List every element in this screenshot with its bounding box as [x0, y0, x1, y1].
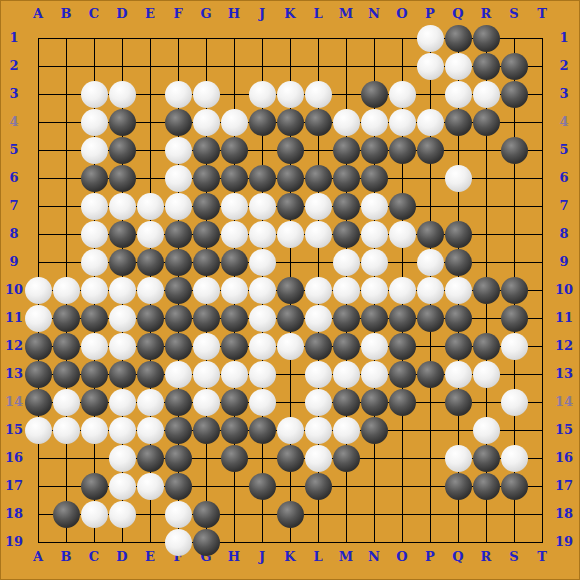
- stone-white[interactable]: [277, 417, 304, 444]
- column-label-top: A: [27, 6, 49, 22]
- stone-white[interactable]: [109, 501, 136, 528]
- stone-white[interactable]: [333, 249, 360, 276]
- stone-white[interactable]: [333, 417, 360, 444]
- stone-black[interactable]: [333, 333, 360, 360]
- row-label-right: 14: [553, 394, 575, 410]
- stone-black[interactable]: [501, 305, 528, 332]
- column-label-bottom: Q: [447, 549, 469, 565]
- stone-white[interactable]: [501, 333, 528, 360]
- stone-white[interactable]: [137, 221, 164, 248]
- stone-black[interactable]: [53, 501, 80, 528]
- stone-white[interactable]: [137, 193, 164, 220]
- stone-black[interactable]: [81, 389, 108, 416]
- stone-black[interactable]: [389, 305, 416, 332]
- stone-white[interactable]: [361, 333, 388, 360]
- stone-black[interactable]: [193, 501, 220, 528]
- stone-white[interactable]: [389, 81, 416, 108]
- stone-black[interactable]: [53, 333, 80, 360]
- stone-white[interactable]: [277, 333, 304, 360]
- stone-white[interactable]: [81, 221, 108, 248]
- stone-white[interactable]: [165, 81, 192, 108]
- row-label-left: 4: [3, 114, 25, 130]
- stone-black[interactable]: [277, 137, 304, 164]
- row-label-left: 13: [3, 366, 25, 382]
- column-label-top: C: [83, 6, 105, 22]
- stone-black[interactable]: [81, 305, 108, 332]
- stone-white[interactable]: [53, 277, 80, 304]
- stone-black[interactable]: [137, 361, 164, 388]
- stone-black[interactable]: [165, 417, 192, 444]
- row-label-left: 11: [3, 310, 25, 326]
- stone-white[interactable]: [445, 361, 472, 388]
- stone-white[interactable]: [445, 445, 472, 472]
- stone-black[interactable]: [445, 249, 472, 276]
- stone-black[interactable]: [221, 137, 248, 164]
- row-label-right: 5: [553, 142, 575, 158]
- stone-black[interactable]: [109, 165, 136, 192]
- column-label-top: R: [475, 6, 497, 22]
- row-label-right: 16: [553, 450, 575, 466]
- stone-black[interactable]: [389, 361, 416, 388]
- stone-black[interactable]: [445, 473, 472, 500]
- column-label-bottom: M: [335, 549, 357, 565]
- stone-black[interactable]: [277, 165, 304, 192]
- stone-white[interactable]: [221, 109, 248, 136]
- stone-white[interactable]: [249, 305, 276, 332]
- column-label-top: P: [419, 6, 441, 22]
- stone-black[interactable]: [109, 109, 136, 136]
- stone-white[interactable]: [361, 361, 388, 388]
- stone-black[interactable]: [165, 249, 192, 276]
- column-label-bottom: B: [55, 549, 77, 565]
- stone-white[interactable]: [417, 277, 444, 304]
- stone-black[interactable]: [165, 445, 192, 472]
- row-label-right: 2: [553, 58, 575, 74]
- stone-white[interactable]: [81, 333, 108, 360]
- stone-white[interactable]: [109, 389, 136, 416]
- stone-white[interactable]: [25, 417, 52, 444]
- stone-black[interactable]: [193, 137, 220, 164]
- column-label-top: J: [251, 6, 273, 22]
- stone-white[interactable]: [221, 221, 248, 248]
- column-label-top: E: [139, 6, 161, 22]
- stone-black[interactable]: [445, 305, 472, 332]
- stone-white[interactable]: [81, 277, 108, 304]
- stone-black[interactable]: [165, 305, 192, 332]
- stone-black[interactable]: [277, 445, 304, 472]
- stone-white[interactable]: [109, 445, 136, 472]
- stone-black[interactable]: [193, 305, 220, 332]
- stone-black[interactable]: [25, 333, 52, 360]
- stone-black[interactable]: [165, 333, 192, 360]
- stone-white[interactable]: [165, 165, 192, 192]
- row-label-right: 9: [553, 254, 575, 270]
- stone-white[interactable]: [81, 249, 108, 276]
- stone-white[interactable]: [361, 193, 388, 220]
- column-label-bottom: O: [391, 549, 413, 565]
- stone-black[interactable]: [193, 221, 220, 248]
- stone-white[interactable]: [109, 193, 136, 220]
- stone-black[interactable]: [221, 417, 248, 444]
- stone-black[interactable]: [361, 81, 388, 108]
- stone-black[interactable]: [361, 165, 388, 192]
- stone-black[interactable]: [165, 109, 192, 136]
- stone-black[interactable]: [361, 137, 388, 164]
- stone-black[interactable]: [249, 109, 276, 136]
- stone-white[interactable]: [221, 277, 248, 304]
- stone-black[interactable]: [165, 389, 192, 416]
- stone-white[interactable]: [445, 53, 472, 80]
- stone-black[interactable]: [445, 389, 472, 416]
- stone-black[interactable]: [165, 277, 192, 304]
- stone-white[interactable]: [417, 25, 444, 52]
- stone-black[interactable]: [305, 473, 332, 500]
- stone-black[interactable]: [501, 277, 528, 304]
- stone-black[interactable]: [445, 25, 472, 52]
- row-label-left: 8: [3, 226, 25, 242]
- stone-black[interactable]: [277, 193, 304, 220]
- row-label-left: 14: [3, 394, 25, 410]
- column-label-bottom: C: [83, 549, 105, 565]
- stone-black[interactable]: [109, 221, 136, 248]
- stone-white[interactable]: [305, 277, 332, 304]
- stone-white[interactable]: [25, 305, 52, 332]
- stone-white[interactable]: [389, 109, 416, 136]
- stone-white[interactable]: [81, 81, 108, 108]
- stone-black[interactable]: [333, 221, 360, 248]
- row-label-left: 12: [3, 338, 25, 354]
- stone-white[interactable]: [81, 109, 108, 136]
- stone-white[interactable]: [417, 109, 444, 136]
- stone-white[interactable]: [81, 501, 108, 528]
- stone-white[interactable]: [249, 193, 276, 220]
- stone-white[interactable]: [333, 277, 360, 304]
- column-label-bottom: R: [475, 549, 497, 565]
- stone-black[interactable]: [221, 445, 248, 472]
- stone-white[interactable]: [249, 361, 276, 388]
- stone-black[interactable]: [109, 361, 136, 388]
- stone-black[interactable]: [193, 417, 220, 444]
- column-label-bottom: E: [139, 549, 161, 565]
- stone-white[interactable]: [389, 221, 416, 248]
- row-label-right: 17: [553, 478, 575, 494]
- stone-white[interactable]: [53, 417, 80, 444]
- stone-white[interactable]: [249, 389, 276, 416]
- stone-white[interactable]: [249, 333, 276, 360]
- stone-black[interactable]: [305, 333, 332, 360]
- column-label-top: O: [391, 6, 413, 22]
- stone-white[interactable]: [305, 193, 332, 220]
- stone-white[interactable]: [501, 389, 528, 416]
- stone-black[interactable]: [501, 81, 528, 108]
- column-label-top: Q: [447, 6, 469, 22]
- stone-white[interactable]: [109, 333, 136, 360]
- stone-black[interactable]: [25, 389, 52, 416]
- column-label-bottom: P: [419, 549, 441, 565]
- stone-black[interactable]: [389, 137, 416, 164]
- stone-white[interactable]: [305, 417, 332, 444]
- column-label-bottom: N: [363, 549, 385, 565]
- stone-black[interactable]: [277, 501, 304, 528]
- column-label-bottom: T: [531, 549, 553, 565]
- stone-black[interactable]: [333, 165, 360, 192]
- stone-black[interactable]: [165, 221, 192, 248]
- stone-black[interactable]: [277, 109, 304, 136]
- stone-white[interactable]: [417, 249, 444, 276]
- stone-white[interactable]: [221, 361, 248, 388]
- stone-white[interactable]: [417, 53, 444, 80]
- column-label-top: K: [279, 6, 301, 22]
- stone-black[interactable]: [389, 333, 416, 360]
- row-label-right: 3: [553, 86, 575, 102]
- stone-black[interactable]: [137, 333, 164, 360]
- stone-black[interactable]: [221, 389, 248, 416]
- stone-black[interactable]: [389, 389, 416, 416]
- row-label-right: 11: [553, 310, 575, 326]
- stone-black[interactable]: [417, 305, 444, 332]
- row-label-left: 2: [3, 58, 25, 74]
- column-label-bottom: S: [503, 549, 525, 565]
- stone-white[interactable]: [109, 277, 136, 304]
- stone-black[interactable]: [221, 333, 248, 360]
- stone-black[interactable]: [417, 221, 444, 248]
- stone-white[interactable]: [109, 81, 136, 108]
- stone-black[interactable]: [249, 417, 276, 444]
- stone-black[interactable]: [473, 53, 500, 80]
- column-label-top: H: [223, 6, 245, 22]
- stone-white[interactable]: [193, 333, 220, 360]
- stone-white[interactable]: [389, 277, 416, 304]
- stone-black[interactable]: [109, 137, 136, 164]
- stone-white[interactable]: [249, 221, 276, 248]
- stone-white[interactable]: [277, 221, 304, 248]
- stone-black[interactable]: [81, 165, 108, 192]
- stone-white[interactable]: [501, 445, 528, 472]
- row-label-left: 10: [3, 282, 25, 298]
- stone-white[interactable]: [165, 361, 192, 388]
- stone-black[interactable]: [305, 109, 332, 136]
- column-label-bottom: L: [307, 549, 329, 565]
- stone-white[interactable]: [305, 361, 332, 388]
- row-label-right: 1: [553, 30, 575, 46]
- stone-black[interactable]: [221, 165, 248, 192]
- stone-white[interactable]: [333, 109, 360, 136]
- column-label-bottom: D: [111, 549, 133, 565]
- stone-black[interactable]: [389, 193, 416, 220]
- stone-black[interactable]: [473, 333, 500, 360]
- stone-black[interactable]: [333, 389, 360, 416]
- row-label-left: 15: [3, 422, 25, 438]
- stone-white[interactable]: [473, 81, 500, 108]
- stone-white[interactable]: [137, 473, 164, 500]
- stone-white[interactable]: [165, 529, 192, 556]
- stone-white[interactable]: [165, 193, 192, 220]
- stone-white[interactable]: [193, 277, 220, 304]
- column-label-top: G: [195, 6, 217, 22]
- stone-black[interactable]: [333, 137, 360, 164]
- column-label-bottom: H: [223, 549, 245, 565]
- stone-black[interactable]: [137, 305, 164, 332]
- stone-white[interactable]: [305, 389, 332, 416]
- stone-white[interactable]: [445, 277, 472, 304]
- stone-white[interactable]: [221, 193, 248, 220]
- row-label-left: 9: [3, 254, 25, 270]
- row-label-left: 17: [3, 478, 25, 494]
- row-label-right: 6: [553, 170, 575, 186]
- row-label-left: 1: [3, 30, 25, 46]
- stone-black[interactable]: [445, 109, 472, 136]
- stone-black[interactable]: [473, 277, 500, 304]
- stone-black[interactable]: [473, 109, 500, 136]
- stone-black[interactable]: [361, 389, 388, 416]
- stone-white[interactable]: [305, 445, 332, 472]
- stone-black[interactable]: [445, 333, 472, 360]
- stone-white[interactable]: [333, 361, 360, 388]
- grid-line-horizontal: [38, 542, 543, 543]
- stone-black[interactable]: [53, 305, 80, 332]
- column-label-top: N: [363, 6, 385, 22]
- stone-black[interactable]: [221, 305, 248, 332]
- stone-black[interactable]: [193, 193, 220, 220]
- stone-black[interactable]: [501, 473, 528, 500]
- row-label-left: 7: [3, 198, 25, 214]
- stone-white[interactable]: [193, 389, 220, 416]
- stone-white[interactable]: [277, 81, 304, 108]
- stone-black[interactable]: [193, 529, 220, 556]
- stone-black[interactable]: [249, 473, 276, 500]
- stone-white[interactable]: [445, 81, 472, 108]
- stone-black[interactable]: [221, 249, 248, 276]
- stone-white[interactable]: [165, 137, 192, 164]
- column-label-top: B: [55, 6, 77, 22]
- row-label-left: 5: [3, 142, 25, 158]
- stone-white[interactable]: [137, 389, 164, 416]
- stone-black[interactable]: [137, 445, 164, 472]
- stone-black[interactable]: [333, 445, 360, 472]
- stone-black[interactable]: [109, 249, 136, 276]
- column-label-bottom: K: [279, 549, 301, 565]
- stone-black[interactable]: [277, 277, 304, 304]
- go-board: ABCDEFGHJKLMNOPQRST ABCDEFGHJKLMNOPQRST …: [0, 0, 580, 580]
- stone-black[interactable]: [361, 305, 388, 332]
- grid-line-vertical: [542, 38, 543, 543]
- column-label-top: T: [531, 6, 553, 22]
- stone-white[interactable]: [165, 501, 192, 528]
- row-label-right: 12: [553, 338, 575, 354]
- stone-white[interactable]: [53, 389, 80, 416]
- stone-white[interactable]: [25, 277, 52, 304]
- stone-black[interactable]: [417, 361, 444, 388]
- stone-black[interactable]: [473, 25, 500, 52]
- stone-white[interactable]: [361, 109, 388, 136]
- stone-black[interactable]: [473, 445, 500, 472]
- row-label-left: 3: [3, 86, 25, 102]
- stone-white[interactable]: [109, 305, 136, 332]
- stone-white[interactable]: [137, 277, 164, 304]
- stone-black[interactable]: [277, 305, 304, 332]
- stone-white[interactable]: [305, 81, 332, 108]
- stone-black[interactable]: [445, 221, 472, 248]
- stone-white[interactable]: [81, 417, 108, 444]
- stone-black[interactable]: [501, 137, 528, 164]
- stone-white[interactable]: [361, 221, 388, 248]
- stone-black[interactable]: [361, 417, 388, 444]
- stone-black[interactable]: [305, 165, 332, 192]
- stone-white[interactable]: [109, 473, 136, 500]
- stone-white[interactable]: [305, 221, 332, 248]
- column-label-bottom: A: [27, 549, 49, 565]
- row-label-right: 7: [553, 198, 575, 214]
- stone-white[interactable]: [81, 137, 108, 164]
- stone-white[interactable]: [361, 277, 388, 304]
- stone-white[interactable]: [473, 417, 500, 444]
- stone-black[interactable]: [193, 249, 220, 276]
- row-label-right: 13: [553, 366, 575, 382]
- row-label-right: 15: [553, 422, 575, 438]
- stone-white[interactable]: [473, 361, 500, 388]
- stone-white[interactable]: [249, 81, 276, 108]
- stone-black[interactable]: [193, 165, 220, 192]
- row-label-left: 19: [3, 534, 25, 550]
- stone-black[interactable]: [333, 193, 360, 220]
- row-label-right: 10: [553, 282, 575, 298]
- stone-black[interactable]: [473, 473, 500, 500]
- stone-white[interactable]: [305, 305, 332, 332]
- row-label-left: 6: [3, 170, 25, 186]
- stone-black[interactable]: [333, 305, 360, 332]
- stone-white[interactable]: [137, 417, 164, 444]
- stone-white[interactable]: [193, 109, 220, 136]
- column-label-top: D: [111, 6, 133, 22]
- stone-black[interactable]: [249, 165, 276, 192]
- column-label-bottom: J: [251, 549, 273, 565]
- column-label-top: F: [167, 6, 189, 22]
- column-label-top: S: [503, 6, 525, 22]
- stone-black[interactable]: [25, 361, 52, 388]
- stone-white[interactable]: [445, 165, 472, 192]
- stone-white[interactable]: [109, 417, 136, 444]
- stone-white[interactable]: [361, 249, 388, 276]
- stone-white[interactable]: [81, 193, 108, 220]
- stone-black[interactable]: [501, 53, 528, 80]
- stone-black[interactable]: [165, 473, 192, 500]
- stone-black[interactable]: [53, 361, 80, 388]
- stone-black[interactable]: [81, 473, 108, 500]
- row-label-right: 19: [553, 534, 575, 550]
- row-label-right: 18: [553, 506, 575, 522]
- row-label-right: 4: [553, 114, 575, 130]
- stone-black[interactable]: [417, 137, 444, 164]
- stone-white[interactable]: [193, 81, 220, 108]
- stone-white[interactable]: [193, 361, 220, 388]
- row-label-left: 18: [3, 506, 25, 522]
- stone-white[interactable]: [249, 277, 276, 304]
- stone-white[interactable]: [249, 249, 276, 276]
- row-label-right: 8: [553, 226, 575, 242]
- column-label-top: M: [335, 6, 357, 22]
- stone-black[interactable]: [137, 249, 164, 276]
- stone-black[interactable]: [81, 361, 108, 388]
- column-label-top: L: [307, 6, 329, 22]
- row-label-left: 16: [3, 450, 25, 466]
